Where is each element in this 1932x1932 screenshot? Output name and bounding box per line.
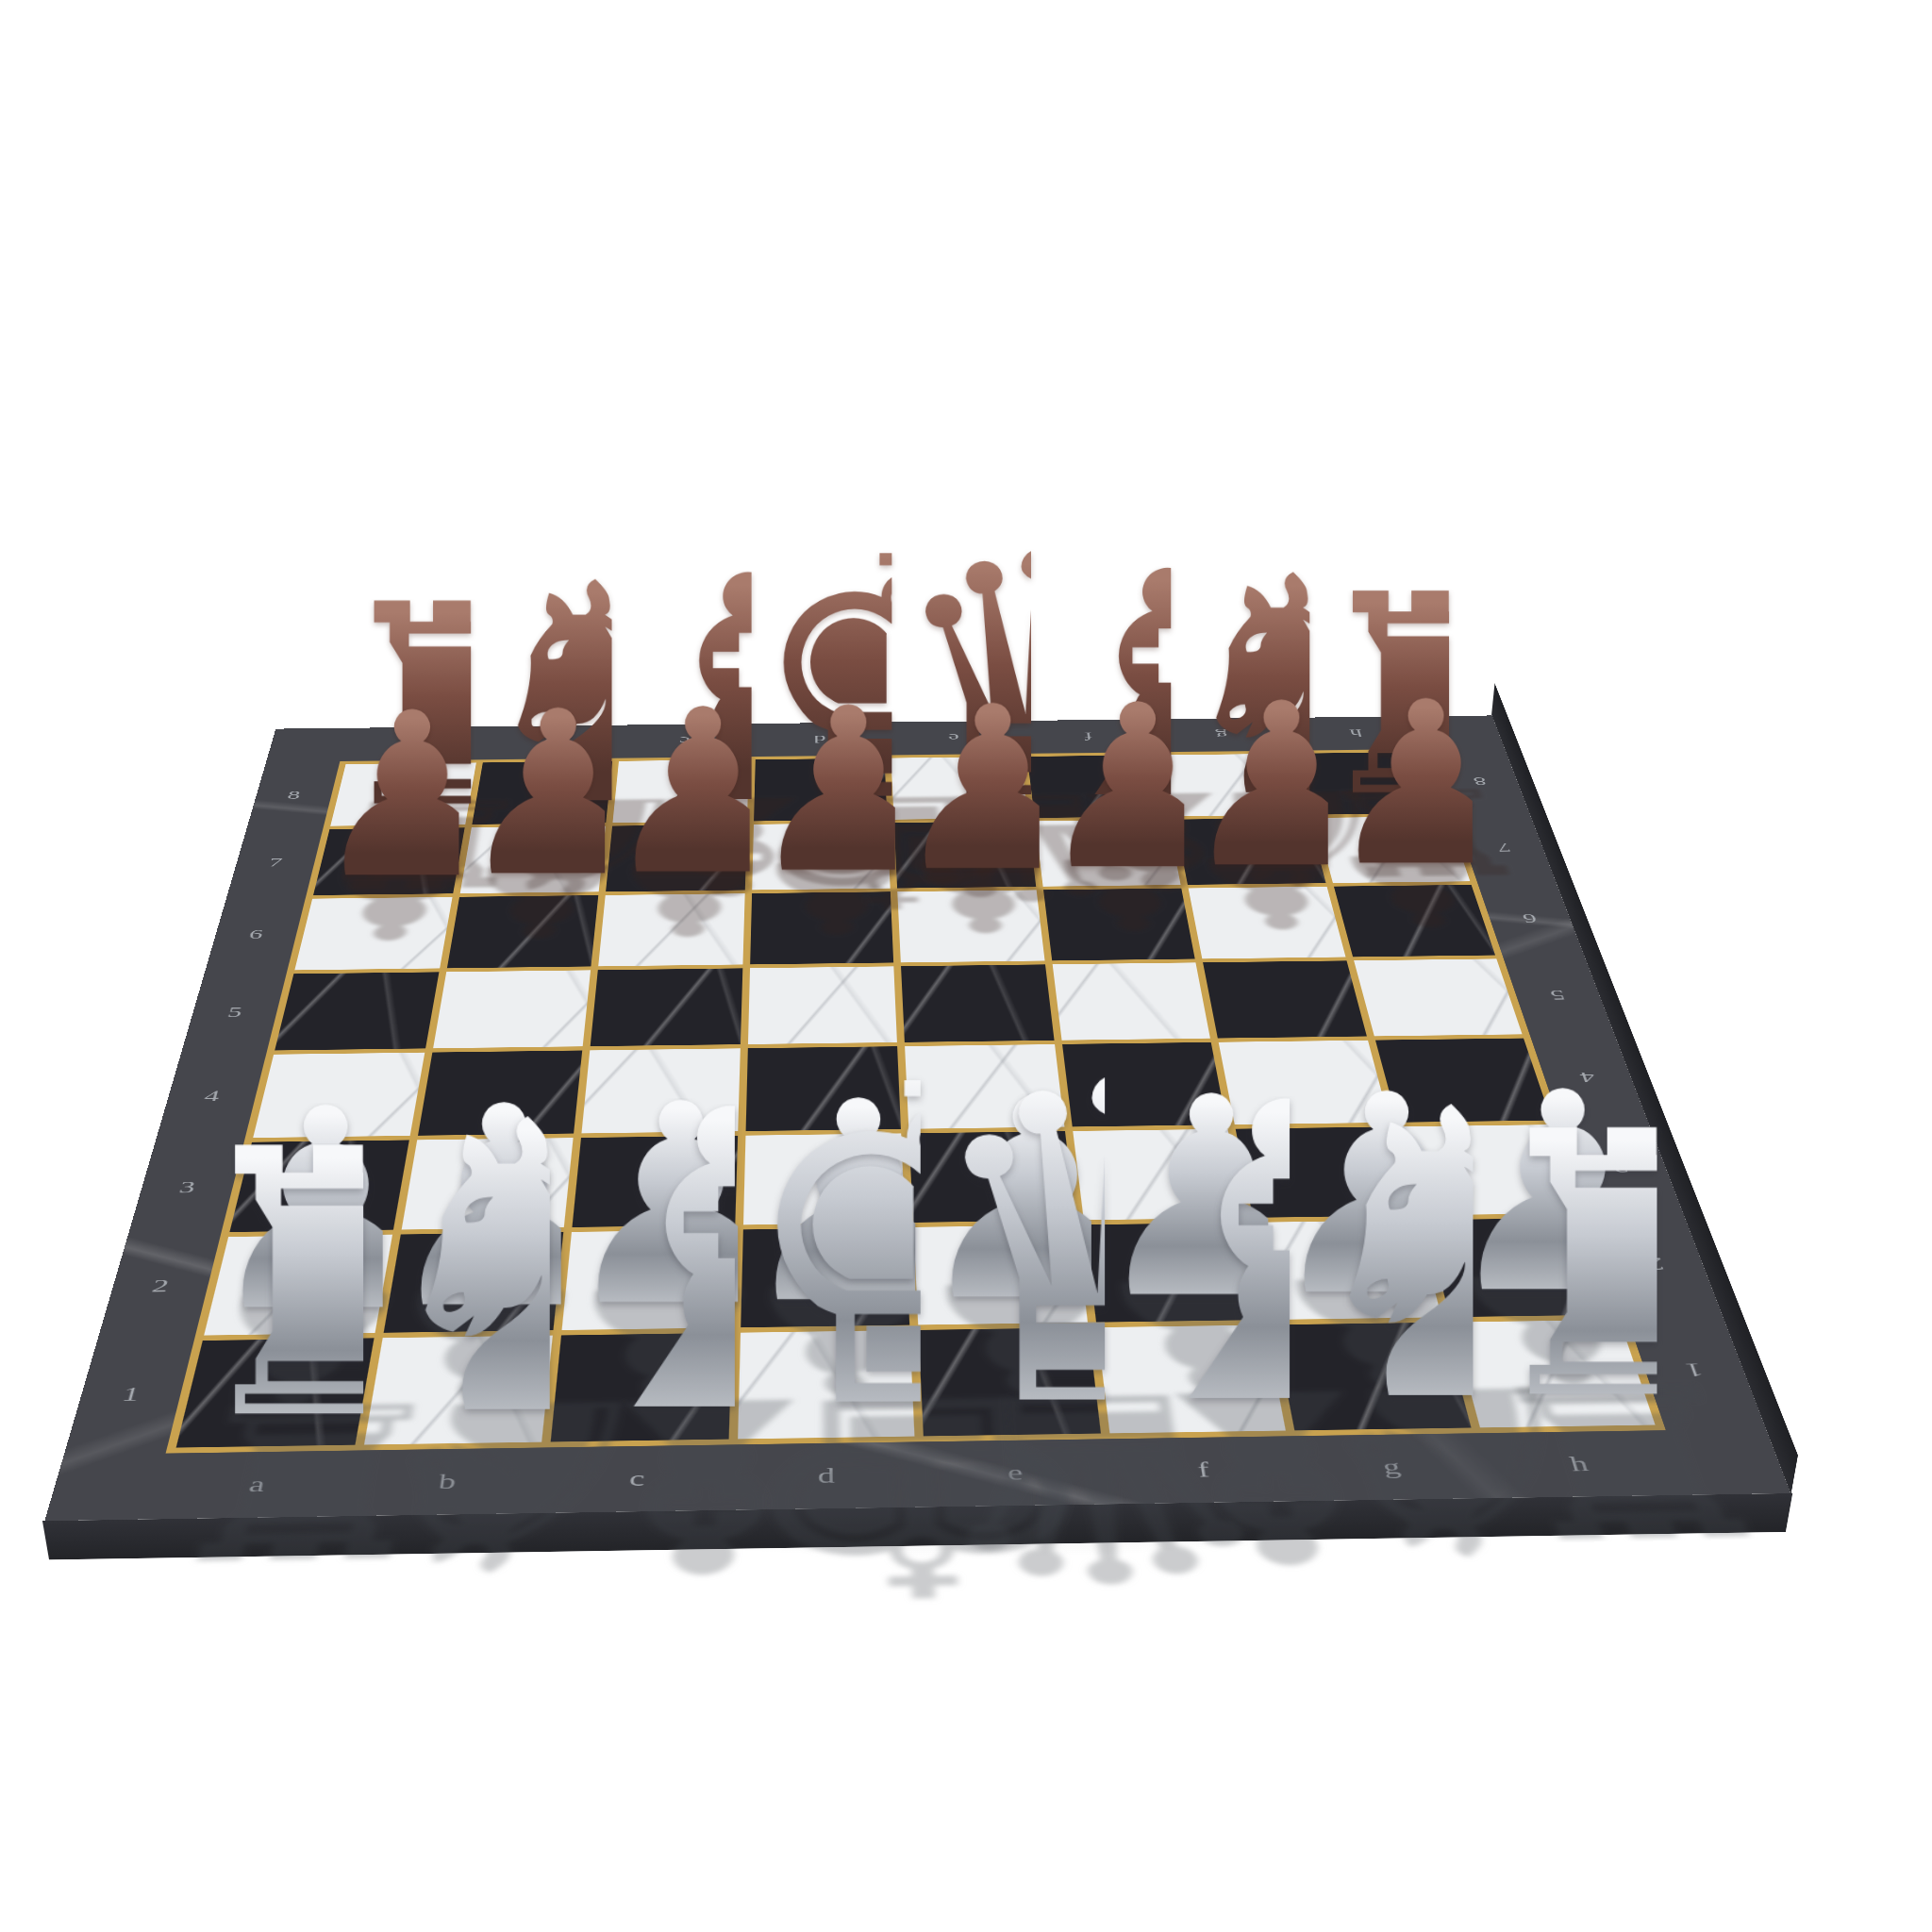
- square-b8[interactable]: [472, 761, 612, 824]
- square-b7[interactable]: [459, 825, 606, 893]
- rank-label-left-5: 5: [225, 1004, 244, 1021]
- square-f7[interactable]: [1035, 820, 1181, 887]
- chess-board: 8877665544332211aabbccddeeffgghh♜♜♞♞♝♝♚♚…: [44, 715, 1790, 1521]
- square-a6[interactable]: [294, 897, 452, 970]
- square-h6[interactable]: [1333, 885, 1494, 957]
- square-f6[interactable]: [1043, 889, 1195, 961]
- rank-label-right-6: 6: [1521, 911, 1540, 926]
- square-e7[interactable]: [894, 821, 1036, 888]
- board-scene: 8877665544332211aabbccddeeffgghh♜♜♞♞♝♝♚♚…: [0, 0, 1932, 1932]
- rank-label-left-1: 1: [120, 1382, 142, 1406]
- square-g7[interactable]: [1174, 818, 1325, 885]
- square-g8[interactable]: [1162, 754, 1307, 816]
- rank-label-left-8: 8: [286, 789, 302, 802]
- square-c7[interactable]: [606, 824, 746, 892]
- rank-label-left-7: 7: [267, 855, 284, 869]
- square-e8[interactable]: [891, 757, 1027, 819]
- square-f8[interactable]: [1026, 755, 1167, 817]
- square-h8[interactable]: [1297, 752, 1446, 814]
- square-c8[interactable]: [612, 759, 748, 823]
- square-a7[interactable]: [313, 827, 464, 895]
- rank-label-right-5: 5: [1548, 987, 1568, 1003]
- square-a8[interactable]: [330, 762, 475, 825]
- rank-label-left-6: 6: [247, 926, 265, 941]
- rank-label-left-2: 2: [150, 1275, 172, 1297]
- piece-glyph: ♜: [174, 1143, 363, 1430]
- square-b6[interactable]: [446, 895, 598, 968]
- square-g6[interactable]: [1189, 887, 1345, 958]
- square-d8[interactable]: [754, 758, 888, 822]
- square-c6[interactable]: [598, 893, 744, 966]
- square-e6[interactable]: [897, 890, 1044, 962]
- square-d6[interactable]: [750, 891, 893, 964]
- square-d7[interactable]: [752, 823, 891, 890]
- square-h7[interactable]: [1315, 816, 1471, 883]
